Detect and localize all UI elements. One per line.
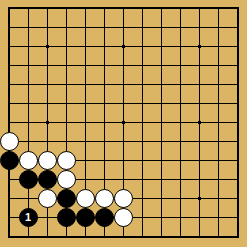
intersection[interactable] (57, 113, 76, 132)
intersection[interactable] (76, 18, 95, 37)
intersection[interactable] (171, 132, 190, 151)
intersection[interactable] (0, 208, 19, 227)
intersection[interactable] (171, 113, 190, 132)
intersection[interactable] (133, 0, 152, 18)
intersection[interactable] (0, 227, 19, 246)
intersection[interactable] (228, 189, 247, 208)
intersection[interactable] (152, 113, 171, 132)
intersection[interactable]: 1 (19, 208, 38, 227)
intersection[interactable] (38, 189, 57, 208)
intersection[interactable] (57, 18, 76, 37)
intersection[interactable] (114, 227, 133, 246)
intersection[interactable] (114, 113, 133, 132)
intersection[interactable] (95, 75, 114, 94)
black-stone (76, 208, 95, 227)
intersection[interactable] (190, 170, 209, 189)
intersection[interactable] (0, 132, 19, 151)
intersection[interactable] (57, 94, 76, 113)
intersection[interactable] (152, 208, 171, 227)
intersection[interactable] (133, 113, 152, 132)
intersection[interactable] (38, 37, 57, 56)
intersection[interactable] (19, 37, 38, 56)
intersection[interactable] (171, 151, 190, 170)
intersection[interactable] (114, 37, 133, 56)
intersection[interactable] (38, 113, 57, 132)
black-stone (57, 189, 76, 208)
intersection[interactable] (133, 56, 152, 75)
intersection[interactable] (171, 56, 190, 75)
intersection[interactable] (133, 94, 152, 113)
white-stone (95, 189, 114, 208)
intersection[interactable] (133, 37, 152, 56)
intersection[interactable] (228, 37, 247, 56)
intersection[interactable] (76, 151, 95, 170)
intersection[interactable] (76, 208, 95, 227)
intersection[interactable] (171, 94, 190, 113)
intersection[interactable] (114, 94, 133, 113)
black-stone (0, 151, 19, 170)
intersection[interactable] (76, 94, 95, 113)
intersection[interactable] (209, 132, 228, 151)
intersection[interactable] (57, 56, 76, 75)
intersection[interactable] (152, 37, 171, 56)
white-stone (57, 151, 76, 170)
intersection[interactable] (190, 18, 209, 37)
intersection[interactable] (95, 227, 114, 246)
intersection[interactable] (228, 75, 247, 94)
intersection[interactable] (76, 0, 95, 18)
intersection[interactable] (209, 18, 228, 37)
intersection[interactable] (114, 189, 133, 208)
white-stone (114, 189, 133, 208)
intersection[interactable] (57, 208, 76, 227)
intersection[interactable] (38, 170, 57, 189)
intersection[interactable] (190, 56, 209, 75)
white-stone (0, 132, 19, 151)
intersection[interactable] (114, 56, 133, 75)
intersection[interactable] (57, 75, 76, 94)
intersection[interactable] (228, 0, 247, 18)
white-stone (114, 208, 133, 227)
intersection[interactable] (228, 227, 247, 246)
intersection[interactable] (19, 189, 38, 208)
intersection[interactable] (114, 170, 133, 189)
intersection[interactable] (19, 113, 38, 132)
intersection[interactable] (228, 94, 247, 113)
intersection[interactable] (133, 151, 152, 170)
intersection[interactable] (209, 94, 228, 113)
intersection[interactable] (76, 170, 95, 189)
intersection[interactable] (57, 227, 76, 246)
intersection[interactable] (190, 227, 209, 246)
intersection[interactable] (152, 170, 171, 189)
intersection[interactable] (114, 0, 133, 18)
intersection[interactable] (171, 0, 190, 18)
intersection[interactable] (38, 94, 57, 113)
intersection[interactable] (19, 151, 38, 170)
intersection[interactable] (114, 132, 133, 151)
intersection[interactable] (190, 189, 209, 208)
intersection[interactable] (114, 75, 133, 94)
intersection[interactable] (38, 151, 57, 170)
intersection[interactable] (190, 208, 209, 227)
intersection[interactable] (209, 189, 228, 208)
intersection[interactable] (190, 151, 209, 170)
intersection[interactable] (19, 75, 38, 94)
star-point (198, 197, 201, 200)
intersection[interactable] (0, 56, 19, 75)
intersection[interactable] (209, 227, 228, 246)
star-point (122, 121, 125, 124)
intersection[interactable] (38, 56, 57, 75)
go-board-diagram: 1 (0, 0, 247, 247)
intersection[interactable] (152, 56, 171, 75)
move-number-label: 1 (25, 212, 31, 223)
intersection[interactable] (0, 0, 19, 18)
intersection[interactable] (95, 170, 114, 189)
intersection[interactable] (0, 170, 19, 189)
intersection[interactable] (95, 208, 114, 227)
intersection[interactable] (133, 170, 152, 189)
intersection[interactable] (76, 56, 95, 75)
intersection[interactable] (209, 0, 228, 18)
intersection[interactable] (228, 170, 247, 189)
intersection[interactable] (38, 18, 57, 37)
intersection[interactable] (209, 170, 228, 189)
intersection[interactable] (152, 227, 171, 246)
intersection[interactable] (152, 18, 171, 37)
black-stone (38, 170, 57, 189)
intersection[interactable] (171, 170, 190, 189)
star-point (122, 45, 125, 48)
intersection[interactable] (228, 56, 247, 75)
white-stone (76, 189, 95, 208)
intersection[interactable] (114, 151, 133, 170)
intersection[interactable] (209, 113, 228, 132)
intersection[interactable] (133, 189, 152, 208)
intersection[interactable] (38, 227, 57, 246)
intersection[interactable] (152, 0, 171, 18)
intersection[interactable] (190, 75, 209, 94)
intersection[interactable] (95, 94, 114, 113)
intersection[interactable] (0, 151, 19, 170)
white-stone (38, 151, 57, 170)
intersection[interactable] (95, 56, 114, 75)
intersection[interactable] (57, 37, 76, 56)
intersection[interactable] (133, 227, 152, 246)
intersection[interactable] (95, 37, 114, 56)
intersection[interactable] (95, 113, 114, 132)
intersection[interactable] (57, 0, 76, 18)
intersection[interactable] (152, 94, 171, 113)
intersection[interactable] (171, 37, 190, 56)
intersection[interactable] (76, 75, 95, 94)
star-point (198, 45, 201, 48)
intersection[interactable] (76, 113, 95, 132)
intersection[interactable] (19, 56, 38, 75)
intersection[interactable] (114, 18, 133, 37)
black-stone (57, 208, 76, 227)
star-point (198, 121, 201, 124)
intersection[interactable] (38, 208, 57, 227)
intersection[interactable] (0, 94, 19, 113)
intersection[interactable] (228, 208, 247, 227)
intersection[interactable] (76, 189, 95, 208)
intersection[interactable] (209, 56, 228, 75)
go-board: 1 (9, 8, 238, 237)
intersection[interactable] (228, 18, 247, 37)
white-stone (19, 151, 38, 170)
intersection[interactable] (152, 151, 171, 170)
intersection[interactable] (152, 132, 171, 151)
intersection[interactable] (209, 37, 228, 56)
black-stone (95, 208, 114, 227)
intersection[interactable] (0, 113, 19, 132)
intersection[interactable] (0, 37, 19, 56)
intersection[interactable] (38, 132, 57, 151)
intersection[interactable] (95, 151, 114, 170)
intersection[interactable] (19, 227, 38, 246)
intersection[interactable] (133, 132, 152, 151)
star-point (46, 45, 49, 48)
intersection[interactable] (95, 189, 114, 208)
intersection[interactable] (57, 151, 76, 170)
intersection[interactable] (228, 151, 247, 170)
intersection[interactable] (95, 132, 114, 151)
intersection[interactable] (152, 75, 171, 94)
intersection[interactable] (190, 113, 209, 132)
intersection[interactable] (38, 0, 57, 18)
intersection[interactable] (114, 208, 133, 227)
intersection[interactable] (0, 75, 19, 94)
intersection[interactable] (171, 189, 190, 208)
intersection[interactable] (76, 227, 95, 246)
intersection[interactable] (38, 75, 57, 94)
intersection[interactable] (57, 189, 76, 208)
intersection[interactable] (171, 18, 190, 37)
intersection[interactable] (76, 132, 95, 151)
intersection[interactable] (209, 151, 228, 170)
intersection[interactable] (190, 37, 209, 56)
intersection[interactable] (0, 18, 19, 37)
intersection[interactable] (95, 18, 114, 37)
intersections: 1 (0, 0, 247, 246)
intersection[interactable] (133, 208, 152, 227)
intersection[interactable] (190, 0, 209, 18)
intersection[interactable] (190, 94, 209, 113)
intersection[interactable] (171, 227, 190, 246)
star-point (46, 121, 49, 124)
black-stone (19, 170, 38, 189)
intersection[interactable] (19, 0, 38, 18)
intersection[interactable] (171, 75, 190, 94)
intersection[interactable] (228, 113, 247, 132)
intersection[interactable] (171, 208, 190, 227)
intersection[interactable] (19, 132, 38, 151)
intersection[interactable] (57, 170, 76, 189)
intersection[interactable] (95, 0, 114, 18)
black-stone: 1 (19, 208, 38, 227)
intersection[interactable] (152, 189, 171, 208)
white-stone (57, 170, 76, 189)
intersection[interactable] (76, 37, 95, 56)
intersection[interactable] (0, 189, 19, 208)
intersection[interactable] (209, 208, 228, 227)
intersection[interactable] (19, 170, 38, 189)
intersection[interactable] (19, 18, 38, 37)
intersection[interactable] (190, 132, 209, 151)
intersection[interactable] (228, 132, 247, 151)
intersection[interactable] (209, 75, 228, 94)
intersection[interactable] (57, 132, 76, 151)
intersection[interactable] (133, 75, 152, 94)
white-stone (38, 189, 57, 208)
intersection[interactable] (133, 18, 152, 37)
intersection[interactable] (19, 94, 38, 113)
